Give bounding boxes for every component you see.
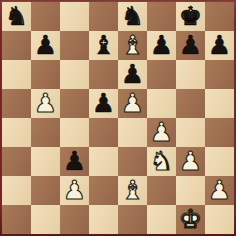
white-pawn-piece[interactable]: ♟ bbox=[34, 90, 57, 116]
square-b5[interactable]: ♟ bbox=[31, 89, 60, 118]
square-a1[interactable] bbox=[2, 205, 31, 234]
square-e4[interactable] bbox=[118, 118, 147, 147]
square-b2[interactable] bbox=[31, 176, 60, 205]
square-g6[interactable] bbox=[176, 60, 205, 89]
square-c3[interactable]: ♟ bbox=[60, 147, 89, 176]
square-g8[interactable]: ♚ bbox=[176, 2, 205, 31]
square-d6[interactable] bbox=[89, 60, 118, 89]
square-h3[interactable] bbox=[205, 147, 234, 176]
square-b6[interactable] bbox=[31, 60, 60, 89]
black-pawn-piece[interactable]: ♟ bbox=[150, 32, 173, 58]
square-a3[interactable] bbox=[2, 147, 31, 176]
square-e6[interactable]: ♟ bbox=[118, 60, 147, 89]
square-h8[interactable] bbox=[205, 2, 234, 31]
white-knight-piece[interactable]: ♞ bbox=[150, 148, 173, 174]
square-g5[interactable] bbox=[176, 89, 205, 118]
square-c6[interactable] bbox=[60, 60, 89, 89]
square-e5[interactable]: ♟ bbox=[118, 89, 147, 118]
square-f6[interactable] bbox=[147, 60, 176, 89]
square-b4[interactable] bbox=[31, 118, 60, 147]
board-frame: ♞♞♚♟♝♝♟♟♟♟♟♟♟♟♟♞♟♟♝♟♚ bbox=[0, 0, 236, 236]
black-bishop-piece[interactable]: ♝ bbox=[92, 32, 115, 58]
chess-board: ♞♞♚♟♝♝♟♟♟♟♟♟♟♟♟♞♟♟♝♟♚ bbox=[2, 2, 234, 234]
square-g7[interactable]: ♟ bbox=[176, 31, 205, 60]
black-pawn-piece[interactable]: ♟ bbox=[34, 32, 57, 58]
white-bishop-piece[interactable]: ♝ bbox=[121, 177, 144, 203]
square-f3[interactable]: ♞ bbox=[147, 147, 176, 176]
black-pawn-piece[interactable]: ♟ bbox=[92, 90, 115, 116]
square-d1[interactable] bbox=[89, 205, 118, 234]
square-d5[interactable]: ♟ bbox=[89, 89, 118, 118]
square-d2[interactable] bbox=[89, 176, 118, 205]
black-king-piece[interactable]: ♚ bbox=[179, 3, 202, 29]
square-c2[interactable]: ♟ bbox=[60, 176, 89, 205]
square-c7[interactable] bbox=[60, 31, 89, 60]
square-h6[interactable] bbox=[205, 60, 234, 89]
black-pawn-piece[interactable]: ♟ bbox=[179, 32, 202, 58]
square-a6[interactable] bbox=[2, 60, 31, 89]
white-pawn-piece[interactable]: ♟ bbox=[63, 177, 86, 203]
black-pawn-piece[interactable]: ♟ bbox=[63, 148, 86, 174]
square-e3[interactable] bbox=[118, 147, 147, 176]
square-f5[interactable] bbox=[147, 89, 176, 118]
square-a7[interactable] bbox=[2, 31, 31, 60]
square-d3[interactable] bbox=[89, 147, 118, 176]
square-a4[interactable] bbox=[2, 118, 31, 147]
square-c5[interactable] bbox=[60, 89, 89, 118]
square-c1[interactable] bbox=[60, 205, 89, 234]
square-e8[interactable]: ♞ bbox=[118, 2, 147, 31]
square-c8[interactable] bbox=[60, 2, 89, 31]
square-e7[interactable]: ♝ bbox=[118, 31, 147, 60]
square-f4[interactable]: ♟ bbox=[147, 118, 176, 147]
square-a8[interactable]: ♞ bbox=[2, 2, 31, 31]
black-pawn-piece[interactable]: ♟ bbox=[208, 32, 231, 58]
black-pawn-piece[interactable]: ♟ bbox=[121, 61, 144, 87]
square-c4[interactable] bbox=[60, 118, 89, 147]
square-f7[interactable]: ♟ bbox=[147, 31, 176, 60]
square-d7[interactable]: ♝ bbox=[89, 31, 118, 60]
square-h4[interactable] bbox=[205, 118, 234, 147]
white-pawn-piece[interactable]: ♟ bbox=[121, 90, 144, 116]
black-knight-piece[interactable]: ♞ bbox=[5, 3, 28, 29]
square-h2[interactable]: ♟ bbox=[205, 176, 234, 205]
square-g3[interactable]: ♟ bbox=[176, 147, 205, 176]
square-h5[interactable] bbox=[205, 89, 234, 118]
square-b3[interactable] bbox=[31, 147, 60, 176]
white-king-piece[interactable]: ♚ bbox=[179, 206, 202, 232]
square-b8[interactable] bbox=[31, 2, 60, 31]
square-b7[interactable]: ♟ bbox=[31, 31, 60, 60]
white-bishop-piece[interactable]: ♝ bbox=[121, 32, 144, 58]
square-b1[interactable] bbox=[31, 205, 60, 234]
square-d8[interactable] bbox=[89, 2, 118, 31]
black-knight-piece[interactable]: ♞ bbox=[121, 3, 144, 29]
square-h1[interactable] bbox=[205, 205, 234, 234]
square-f8[interactable] bbox=[147, 2, 176, 31]
square-e2[interactable]: ♝ bbox=[118, 176, 147, 205]
white-pawn-piece[interactable]: ♟ bbox=[150, 119, 173, 145]
square-g1[interactable]: ♚ bbox=[176, 205, 205, 234]
square-f2[interactable] bbox=[147, 176, 176, 205]
square-e1[interactable] bbox=[118, 205, 147, 234]
square-a2[interactable] bbox=[2, 176, 31, 205]
square-a5[interactable] bbox=[2, 89, 31, 118]
square-g4[interactable] bbox=[176, 118, 205, 147]
square-g2[interactable] bbox=[176, 176, 205, 205]
square-h7[interactable]: ♟ bbox=[205, 31, 234, 60]
square-f1[interactable] bbox=[147, 205, 176, 234]
white-pawn-piece[interactable]: ♟ bbox=[208, 177, 231, 203]
white-pawn-piece[interactable]: ♟ bbox=[179, 148, 202, 174]
square-d4[interactable] bbox=[89, 118, 118, 147]
